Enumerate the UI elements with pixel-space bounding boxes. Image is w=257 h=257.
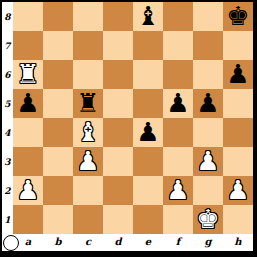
square-a8[interactable] bbox=[13, 2, 43, 31]
square-c6[interactable] bbox=[73, 60, 103, 89]
square-f5[interactable]: ♟ bbox=[163, 89, 193, 118]
black-king-h8: ♚ bbox=[223, 2, 253, 31]
square-b1[interactable] bbox=[43, 205, 73, 234]
square-d1[interactable] bbox=[103, 205, 133, 234]
file-label-c: c bbox=[73, 234, 103, 251]
square-f7[interactable] bbox=[163, 31, 193, 60]
square-g5[interactable]: ♟ bbox=[193, 89, 223, 118]
square-b8[interactable] bbox=[43, 2, 73, 31]
file-label-e: e bbox=[133, 234, 163, 251]
square-g4[interactable] bbox=[193, 118, 223, 147]
square-h3[interactable] bbox=[223, 147, 253, 176]
square-b2[interactable] bbox=[43, 176, 73, 205]
square-e5[interactable] bbox=[133, 89, 163, 118]
rank-label-1: 1 bbox=[2, 205, 13, 234]
white-pawn-a2: ♟ bbox=[13, 176, 43, 205]
square-a3[interactable] bbox=[13, 147, 43, 176]
black-bishop-e8: ♝ bbox=[133, 2, 163, 31]
square-h5[interactable] bbox=[223, 89, 253, 118]
black-pawn-a5: ♟ bbox=[13, 89, 43, 118]
white-pawn-c3: ♟ bbox=[73, 147, 103, 176]
square-e4[interactable]: ♟ bbox=[133, 118, 163, 147]
square-d2[interactable] bbox=[103, 176, 133, 205]
square-d8[interactable] bbox=[103, 2, 133, 31]
square-h1[interactable] bbox=[223, 205, 253, 234]
square-c3[interactable]: ♟ bbox=[73, 147, 103, 176]
square-b7[interactable] bbox=[43, 31, 73, 60]
square-b3[interactable] bbox=[43, 147, 73, 176]
rank-labels: 87654321 bbox=[2, 2, 13, 234]
square-b6[interactable] bbox=[43, 60, 73, 89]
square-f8[interactable] bbox=[163, 2, 193, 31]
file-labels: abcdefgh bbox=[13, 234, 253, 251]
file-label-g: g bbox=[193, 234, 223, 251]
square-h2[interactable]: ♟ bbox=[223, 176, 253, 205]
white-bishop-c4: ♝ bbox=[73, 118, 103, 147]
file-label-b: b bbox=[43, 234, 73, 251]
square-e2[interactable] bbox=[133, 176, 163, 205]
square-g1[interactable]: ♚ bbox=[193, 205, 223, 234]
square-d6[interactable] bbox=[103, 60, 133, 89]
square-a6[interactable]: ♜ bbox=[13, 60, 43, 89]
square-f4[interactable] bbox=[163, 118, 193, 147]
white-pawn-h2: ♟ bbox=[223, 176, 253, 205]
black-pawn-h6: ♟ bbox=[223, 60, 253, 89]
square-g3[interactable]: ♟ bbox=[193, 147, 223, 176]
square-c8[interactable] bbox=[73, 2, 103, 31]
file-label-f: f bbox=[163, 234, 193, 251]
white-to-move-indicator bbox=[3, 235, 19, 251]
white-rook-a6: ♜ bbox=[13, 60, 43, 89]
white-king-g1: ♚ bbox=[193, 205, 223, 234]
square-h4[interactable] bbox=[223, 118, 253, 147]
square-a2[interactable]: ♟ bbox=[13, 176, 43, 205]
square-c7[interactable] bbox=[73, 31, 103, 60]
square-c2[interactable] bbox=[73, 176, 103, 205]
square-h7[interactable] bbox=[223, 31, 253, 60]
square-a7[interactable] bbox=[13, 31, 43, 60]
square-a1[interactable] bbox=[13, 205, 43, 234]
square-e3[interactable] bbox=[133, 147, 163, 176]
square-c1[interactable] bbox=[73, 205, 103, 234]
square-d7[interactable] bbox=[103, 31, 133, 60]
square-h8[interactable]: ♚ bbox=[223, 2, 253, 31]
square-f2[interactable]: ♟ bbox=[163, 176, 193, 205]
square-e8[interactable]: ♝ bbox=[133, 2, 163, 31]
square-h6[interactable]: ♟ bbox=[223, 60, 253, 89]
square-c4[interactable]: ♝ bbox=[73, 118, 103, 147]
rank-label-2: 2 bbox=[2, 176, 13, 205]
rank-label-3: 3 bbox=[2, 147, 13, 176]
square-g7[interactable] bbox=[193, 31, 223, 60]
black-pawn-g5: ♟ bbox=[193, 89, 223, 118]
black-pawn-e4: ♟ bbox=[133, 118, 163, 147]
white-pawn-g3: ♟ bbox=[193, 147, 223, 176]
square-d3[interactable] bbox=[103, 147, 133, 176]
file-label-h: h bbox=[223, 234, 253, 251]
square-a4[interactable] bbox=[13, 118, 43, 147]
white-pawn-f2: ♟ bbox=[163, 176, 193, 205]
square-e6[interactable] bbox=[133, 60, 163, 89]
chess-diagram: 87654321 ♝♚♜♟♟♜♟♟♝♟♟♟♟♟♟♚ abcdefgh bbox=[0, 0, 257, 257]
square-b4[interactable] bbox=[43, 118, 73, 147]
square-e7[interactable] bbox=[133, 31, 163, 60]
square-f6[interactable] bbox=[163, 60, 193, 89]
rank-label-6: 6 bbox=[2, 60, 13, 89]
square-f3[interactable] bbox=[163, 147, 193, 176]
black-pawn-f5: ♟ bbox=[163, 89, 193, 118]
square-d5[interactable] bbox=[103, 89, 133, 118]
file-label-d: d bbox=[103, 234, 133, 251]
rank-label-4: 4 bbox=[2, 118, 13, 147]
chess-board: ♝♚♜♟♟♜♟♟♝♟♟♟♟♟♟♚ bbox=[13, 2, 253, 234]
black-rook-c5: ♜ bbox=[73, 89, 103, 118]
rank-label-7: 7 bbox=[2, 31, 13, 60]
square-a5[interactable]: ♟ bbox=[13, 89, 43, 118]
square-c5[interactable]: ♜ bbox=[73, 89, 103, 118]
rank-label-5: 5 bbox=[2, 89, 13, 118]
square-d4[interactable] bbox=[103, 118, 133, 147]
square-g6[interactable] bbox=[193, 60, 223, 89]
square-g8[interactable] bbox=[193, 2, 223, 31]
square-g2[interactable] bbox=[193, 176, 223, 205]
square-f1[interactable] bbox=[163, 205, 193, 234]
square-e1[interactable] bbox=[133, 205, 163, 234]
square-b5[interactable] bbox=[43, 89, 73, 118]
rank-label-8: 8 bbox=[2, 2, 13, 31]
